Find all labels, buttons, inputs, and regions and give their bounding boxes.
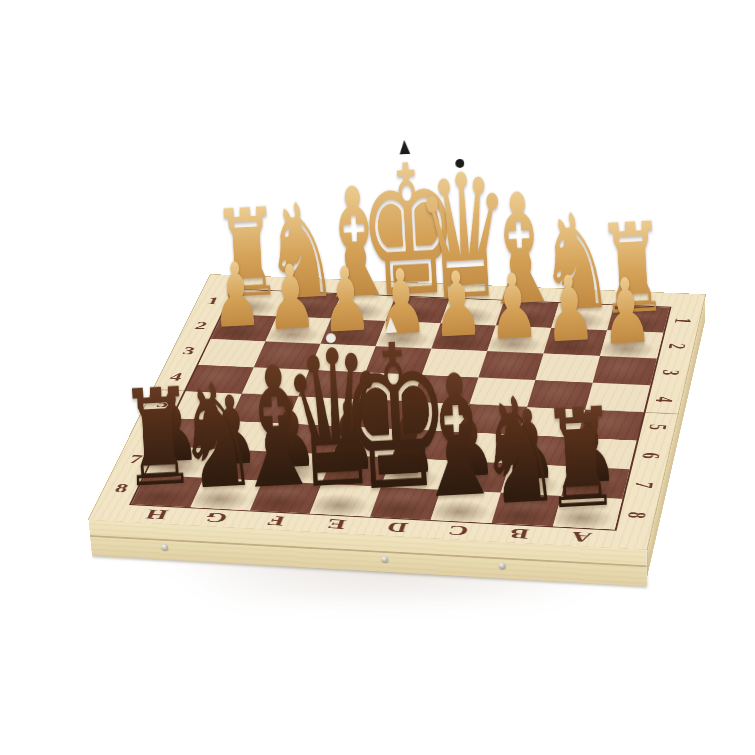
square-a8[interactable]: ♜ [553, 496, 622, 530]
finial-spike-icon [384, 317, 397, 333]
board-frame: 12345678 12345678 HGFEDCBA ♜♞♝♚♛♝♞♜♟♟♟♟♟… [89, 274, 706, 549]
perspective-stage: 12345678 12345678 HGFEDCBA ♜♞♝♚♛♝♞♜♟♟♟♟♟… [0, 0, 755, 755]
label-rank-right-1: 1 [653, 312, 713, 329]
screw-icon [499, 563, 506, 569]
pawn-glyph: ♟ [599, 265, 654, 358]
label-rank-right-2: 2 [646, 338, 706, 355]
squares-grid: ♜♞♝♚♛♝♞♜♟♟♟♟♟♟♟♟♟♟♟♟♟♟♟♟♜♞♝♛♚♝♞♜ [131, 290, 669, 530]
rook-glyph: ♜ [539, 389, 622, 529]
finial-spike-icon [399, 140, 411, 155]
label-rank-right-3: 3 [640, 364, 701, 382]
label-rank-right-4: 4 [633, 390, 695, 409]
chess-board: 12345678 12345678 HGFEDCBA ♜♞♝♚♛♝♞♜♟♟♟♟♟… [89, 274, 706, 549]
screw-icon [381, 556, 388, 562]
chess-set-photo: 12345678 12345678 HGFEDCBA ♜♞♝♚♛♝♞♜♟♟♟♟♟… [0, 0, 755, 755]
piece-black-rook-a8[interactable]: ♜ [516, 388, 645, 530]
label-file-h: H [123, 504, 191, 525]
label-file-f: F [243, 510, 310, 531]
screw-icon [161, 544, 168, 550]
label-file-g: G [183, 507, 250, 528]
box-joint-groove [90, 535, 647, 567]
label-file-e: E [303, 514, 370, 535]
